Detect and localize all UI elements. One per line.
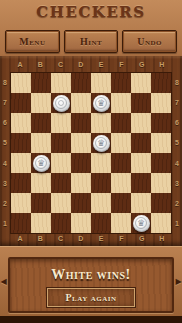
square-e4[interactable]: [91, 153, 111, 173]
coord-label: G: [132, 235, 152, 242]
square-b8[interactable]: [31, 73, 51, 93]
square-b1[interactable]: [31, 213, 51, 233]
square-a2[interactable]: [11, 193, 31, 213]
coord-label: 2: [1, 194, 9, 214]
file-labels-top: ABCDEFGH: [10, 61, 172, 68]
square-f7[interactable]: [111, 93, 131, 113]
square-e5[interactable]: ♛: [91, 133, 111, 153]
prev-arrow-icon[interactable]: ◀: [0, 274, 7, 288]
square-g1[interactable]: ♛: [131, 213, 151, 233]
square-a8[interactable]: [11, 73, 31, 93]
square-a3[interactable]: [11, 173, 31, 193]
app-title: Checkers: [0, 0, 182, 21]
coord-label: 8: [173, 72, 181, 92]
coord-label: 1: [173, 214, 181, 234]
coord-label: F: [111, 235, 131, 242]
coord-label: H: [152, 61, 172, 68]
toolbar: Menu Hint Undo: [5, 30, 177, 51]
crown-icon: ♛: [97, 139, 105, 148]
crown-icon: ♛: [137, 219, 145, 228]
coord-label: D: [71, 61, 91, 68]
square-b2[interactable]: [31, 193, 51, 213]
coord-label: 4: [1, 153, 9, 173]
square-d1[interactable]: [71, 213, 91, 233]
rank-labels-left: 87654321: [1, 72, 9, 234]
coord-label: 6: [173, 113, 181, 133]
coord-label: 4: [173, 153, 181, 173]
square-d8[interactable]: [71, 73, 91, 93]
square-d4[interactable]: [71, 153, 91, 173]
square-a7[interactable]: [11, 93, 31, 113]
square-h2[interactable]: [151, 193, 171, 213]
coord-label: E: [91, 235, 111, 242]
square-a1[interactable]: [11, 213, 31, 233]
square-h5[interactable]: [151, 133, 171, 153]
square-b5[interactable]: [31, 133, 51, 153]
coord-label: C: [51, 235, 71, 242]
square-g2[interactable]: [131, 193, 151, 213]
coord-label: B: [30, 235, 50, 242]
coord-label: A: [10, 235, 30, 242]
square-h4[interactable]: [151, 153, 171, 173]
coord-label: D: [71, 235, 91, 242]
square-f4[interactable]: [111, 153, 131, 173]
square-d3[interactable]: [71, 173, 91, 193]
status-section: ◀ ▶ White wins! Play again: [0, 246, 182, 316]
board-frame: ABCDEFGH ABCDEFGH 87654321 87654321 ♛♛♛♛: [0, 56, 182, 246]
coord-label: C: [51, 61, 71, 68]
square-c4[interactable]: [51, 153, 71, 173]
top-bar: Checkers Menu Hint Undo: [0, 0, 182, 56]
square-g7[interactable]: [131, 93, 151, 113]
square-f3[interactable]: [111, 173, 131, 193]
square-g4[interactable]: [131, 153, 151, 173]
square-e8[interactable]: [91, 73, 111, 93]
square-b3[interactable]: [31, 173, 51, 193]
square-e7[interactable]: ♛: [91, 93, 111, 113]
menu-button[interactable]: Menu: [5, 30, 60, 53]
coord-label: F: [111, 61, 131, 68]
square-c3[interactable]: [51, 173, 71, 193]
square-f1[interactable]: [111, 213, 131, 233]
square-e2[interactable]: [91, 193, 111, 213]
square-c8[interactable]: [51, 73, 71, 93]
coord-label: G: [132, 61, 152, 68]
square-g8[interactable]: [131, 73, 151, 93]
white-man-piece[interactable]: [53, 95, 70, 112]
coord-label: 8: [1, 72, 9, 92]
coord-label: B: [30, 61, 50, 68]
play-again-button[interactable]: Play again: [47, 288, 135, 307]
square-a5[interactable]: [11, 133, 31, 153]
square-h6[interactable]: [151, 113, 171, 133]
crown-icon: ♛: [37, 159, 45, 168]
square-g5[interactable]: [131, 133, 151, 153]
square-g3[interactable]: [131, 173, 151, 193]
coord-label: 1: [1, 214, 9, 234]
square-f5[interactable]: [111, 133, 131, 153]
coord-label: 6: [1, 113, 9, 133]
coord-label: 2: [173, 194, 181, 214]
white-king-piece[interactable]: ♛: [33, 155, 50, 172]
coord-label: 7: [1, 92, 9, 112]
square-f6[interactable]: [111, 113, 131, 133]
square-a6[interactable]: [11, 113, 31, 133]
square-e3[interactable]: [91, 173, 111, 193]
result-message: White wins!: [10, 267, 172, 283]
coord-label: 5: [173, 133, 181, 153]
square-c7[interactable]: [51, 93, 71, 113]
coord-label: 7: [173, 92, 181, 112]
square-d7[interactable]: [71, 93, 91, 113]
coord-label: 5: [1, 133, 9, 153]
white-king-piece[interactable]: ♛: [93, 95, 110, 112]
crown-icon: ♛: [97, 99, 105, 108]
square-f2[interactable]: [111, 193, 131, 213]
coord-label: A: [10, 61, 30, 68]
square-e1[interactable]: [91, 213, 111, 233]
square-b7[interactable]: [31, 93, 51, 113]
square-d5[interactable]: [71, 133, 91, 153]
coord-label: E: [91, 61, 111, 68]
rank-labels-right: 87654321: [173, 72, 181, 234]
square-b4[interactable]: ♛: [31, 153, 51, 173]
square-c5[interactable]: [51, 133, 71, 153]
board-grid: ♛♛♛♛: [10, 72, 172, 234]
square-h3[interactable]: [151, 173, 171, 193]
square-f8[interactable]: [111, 73, 131, 93]
square-h7[interactable]: [151, 93, 171, 113]
square-h8[interactable]: [151, 73, 171, 93]
square-c2[interactable]: [51, 193, 71, 213]
square-d6[interactable]: [71, 113, 91, 133]
square-b6[interactable]: [31, 113, 51, 133]
square-a4[interactable]: [11, 153, 31, 173]
square-d2[interactable]: [71, 193, 91, 213]
square-e6[interactable]: [91, 113, 111, 133]
next-arrow-icon[interactable]: ▶: [175, 274, 182, 288]
bottom-edge: [0, 316, 182, 323]
coord-label: 3: [1, 173, 9, 193]
white-king-piece[interactable]: ♛: [93, 135, 110, 152]
hint-button[interactable]: Hint: [64, 30, 119, 53]
square-g6[interactable]: [131, 113, 151, 133]
coord-label: 3: [173, 173, 181, 193]
square-c6[interactable]: [51, 113, 71, 133]
coord-label: H: [152, 235, 172, 242]
square-h1[interactable]: [151, 213, 171, 233]
result-panel: White wins! Play again: [8, 257, 174, 313]
file-labels-bottom: ABCDEFGH: [10, 235, 172, 242]
white-king-piece[interactable]: ♛: [133, 215, 150, 232]
square-c1[interactable]: [51, 213, 71, 233]
undo-button[interactable]: Undo: [122, 30, 177, 53]
